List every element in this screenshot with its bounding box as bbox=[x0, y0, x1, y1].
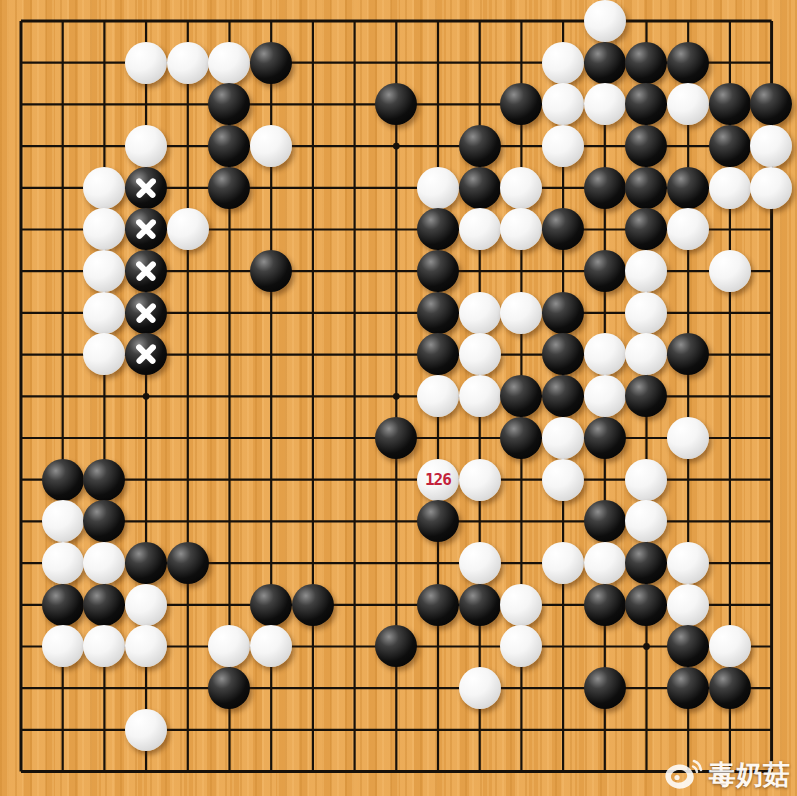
white-stone bbox=[750, 125, 792, 167]
black-stone bbox=[542, 292, 584, 334]
white-stone bbox=[542, 83, 584, 125]
white-stone bbox=[250, 125, 292, 167]
white-stone bbox=[167, 208, 209, 250]
black-stone bbox=[417, 292, 459, 334]
black-stone bbox=[417, 500, 459, 542]
white-stone bbox=[584, 83, 626, 125]
black-stone bbox=[667, 42, 709, 84]
black-stone bbox=[167, 542, 209, 584]
white-stone bbox=[667, 417, 709, 459]
white-stone bbox=[83, 542, 125, 584]
white-stone bbox=[83, 208, 125, 250]
black-stone bbox=[500, 83, 542, 125]
black-stone bbox=[625, 167, 667, 209]
white-stone bbox=[584, 333, 626, 375]
white-stone bbox=[42, 542, 84, 584]
black-stone bbox=[208, 167, 250, 209]
black-stone bbox=[500, 375, 542, 417]
white-stone bbox=[125, 42, 167, 84]
black-stone bbox=[42, 584, 84, 626]
white-stone bbox=[709, 167, 751, 209]
black-stone bbox=[459, 125, 501, 167]
stones-layer: 126 bbox=[0, 0, 792, 792]
white-stone bbox=[500, 208, 542, 250]
black-stone bbox=[584, 42, 626, 84]
black-stone bbox=[709, 83, 751, 125]
white-stone bbox=[417, 167, 459, 209]
black-stone bbox=[83, 500, 125, 542]
x-mark-icon bbox=[125, 292, 167, 334]
black-stone bbox=[208, 83, 250, 125]
white-stone bbox=[208, 625, 250, 667]
white-stone bbox=[667, 83, 709, 125]
white-stone bbox=[542, 459, 584, 501]
white-stone bbox=[667, 584, 709, 626]
black-stone bbox=[542, 208, 584, 250]
white-stone bbox=[667, 208, 709, 250]
black-stone bbox=[667, 625, 709, 667]
marked-black-stone bbox=[125, 208, 167, 250]
black-stone bbox=[584, 250, 626, 292]
black-stone bbox=[667, 667, 709, 709]
black-stone bbox=[208, 125, 250, 167]
white-stone bbox=[250, 625, 292, 667]
x-mark-icon bbox=[125, 333, 167, 375]
white-stone bbox=[459, 292, 501, 334]
white-stone bbox=[500, 167, 542, 209]
white-stone bbox=[709, 250, 751, 292]
black-stone bbox=[417, 208, 459, 250]
marked-black-stone bbox=[125, 292, 167, 334]
black-stone bbox=[584, 667, 626, 709]
black-stone bbox=[42, 459, 84, 501]
white-stone bbox=[167, 42, 209, 84]
black-stone bbox=[709, 125, 751, 167]
black-stone bbox=[250, 250, 292, 292]
black-stone bbox=[667, 333, 709, 375]
white-stone bbox=[42, 500, 84, 542]
white-stone bbox=[459, 542, 501, 584]
white-stone bbox=[125, 709, 167, 751]
white-stone bbox=[625, 292, 667, 334]
black-stone bbox=[625, 125, 667, 167]
black-stone bbox=[625, 542, 667, 584]
white-stone bbox=[459, 208, 501, 250]
white-stone bbox=[125, 625, 167, 667]
white-stone bbox=[542, 417, 584, 459]
marked-black-stone bbox=[125, 167, 167, 209]
black-stone bbox=[375, 83, 417, 125]
white-stone bbox=[667, 542, 709, 584]
white-stone bbox=[625, 459, 667, 501]
white-stone bbox=[500, 625, 542, 667]
black-stone bbox=[625, 375, 667, 417]
black-stone bbox=[292, 584, 334, 626]
black-stone bbox=[417, 584, 459, 626]
black-stone bbox=[625, 584, 667, 626]
black-stone bbox=[542, 333, 584, 375]
white-stone bbox=[83, 167, 125, 209]
weibo-eye-icon bbox=[664, 758, 704, 791]
marked-black-stone bbox=[125, 333, 167, 375]
black-stone bbox=[709, 667, 751, 709]
white-stone bbox=[584, 0, 626, 42]
black-stone bbox=[459, 167, 501, 209]
white-stone bbox=[709, 625, 751, 667]
black-stone bbox=[750, 83, 792, 125]
black-stone bbox=[83, 459, 125, 501]
white-stone bbox=[500, 292, 542, 334]
x-mark-icon bbox=[125, 250, 167, 292]
x-mark-icon bbox=[125, 208, 167, 250]
white-stone bbox=[83, 292, 125, 334]
go-board: 126 毒奶菇 bbox=[0, 0, 797, 796]
black-stone bbox=[375, 625, 417, 667]
move-number-label: 126 bbox=[425, 472, 451, 488]
white-stone bbox=[208, 42, 250, 84]
black-stone bbox=[417, 333, 459, 375]
white-stone bbox=[584, 375, 626, 417]
black-stone bbox=[584, 584, 626, 626]
white-stone bbox=[625, 500, 667, 542]
white-stone bbox=[584, 542, 626, 584]
white-stone bbox=[42, 625, 84, 667]
x-mark-icon bbox=[125, 167, 167, 209]
white-stone bbox=[459, 333, 501, 375]
black-stone bbox=[625, 42, 667, 84]
white-stone bbox=[83, 250, 125, 292]
white-stone bbox=[459, 375, 501, 417]
white-stone bbox=[625, 250, 667, 292]
white-stone bbox=[125, 125, 167, 167]
white-stone bbox=[750, 167, 792, 209]
white-stone bbox=[83, 333, 125, 375]
black-stone bbox=[250, 42, 292, 84]
black-stone bbox=[625, 83, 667, 125]
black-stone bbox=[375, 417, 417, 459]
black-stone bbox=[500, 417, 542, 459]
black-stone bbox=[625, 208, 667, 250]
black-stone bbox=[417, 250, 459, 292]
white-stone bbox=[542, 542, 584, 584]
black-stone bbox=[250, 584, 292, 626]
white-stone bbox=[542, 42, 584, 84]
marked-black-stone bbox=[125, 250, 167, 292]
black-stone bbox=[208, 667, 250, 709]
white-stone bbox=[542, 125, 584, 167]
watermark: 毒奶菇 bbox=[664, 758, 790, 791]
white-stone bbox=[500, 584, 542, 626]
black-stone bbox=[83, 584, 125, 626]
black-stone bbox=[584, 417, 626, 459]
black-stone bbox=[459, 584, 501, 626]
black-stone bbox=[584, 167, 626, 209]
white-stone bbox=[459, 667, 501, 709]
black-stone bbox=[542, 375, 584, 417]
white-stone bbox=[625, 333, 667, 375]
white-stone bbox=[83, 625, 125, 667]
black-stone bbox=[584, 500, 626, 542]
black-stone bbox=[667, 167, 709, 209]
black-stone bbox=[125, 542, 167, 584]
white-stone bbox=[125, 584, 167, 626]
labeled-white-stone: 126 bbox=[417, 459, 459, 501]
white-stone bbox=[459, 459, 501, 501]
white-stone bbox=[417, 375, 459, 417]
watermark-text: 毒奶菇 bbox=[709, 761, 790, 788]
